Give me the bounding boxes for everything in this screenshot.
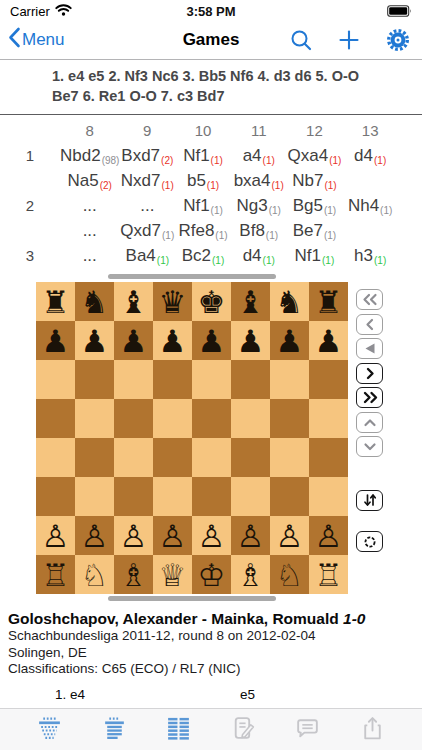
variation-move-cell[interactable]: Nf1(1) — [175, 193, 231, 218]
board-square[interactable] — [36, 399, 75, 438]
board-square[interactable] — [192, 438, 231, 477]
move-count-subscript: (1) — [324, 230, 336, 241]
move-text: Ng3 — [237, 196, 268, 215]
board-square[interactable] — [75, 438, 114, 477]
move-text: d4 — [354, 146, 373, 165]
move-text: Bc2 — [182, 246, 211, 265]
variation-move-cell[interactable]: d4(1) — [231, 243, 287, 268]
board-square[interactable]: ♛ — [153, 282, 192, 321]
board-square[interactable] — [192, 399, 231, 438]
back-label: Menu — [22, 30, 65, 50]
move-text: ... — [83, 221, 97, 240]
circle-icon — [362, 535, 378, 549]
board-square[interactable] — [309, 399, 348, 438]
board-square[interactable] — [309, 477, 348, 516]
move-text: Nf1 — [183, 146, 209, 165]
move-text: Bf8 — [239, 221, 265, 240]
board-square[interactable] — [114, 399, 153, 438]
variation-move-cell[interactable]: Rfe8(1) — [175, 218, 231, 243]
game-event: Schachbundesliga 2011-12, round 8 on 201… — [8, 628, 414, 645]
chess-board: ♜♞♝♛♚♝♞♜♟♟♟♟♟♟♟♟♙♙♙♙♙♙♙♙♖♘♗♕♔♗♘♖ — [36, 282, 348, 594]
move-count-subscript: (1) — [211, 155, 223, 166]
board-square[interactable] — [309, 360, 348, 399]
board-square[interactable] — [36, 360, 75, 399]
clock: 3:58 PM — [0, 4, 422, 19]
move-text: Bxd7 — [121, 146, 160, 165]
settings-gear-icon[interactable] — [386, 28, 410, 52]
move-text: Na5 — [68, 171, 99, 190]
variation-move-cell[interactable]: Nxd7(1) — [119, 168, 175, 193]
move-text: Qxa4 — [287, 146, 328, 165]
move-text: Nb7 — [292, 171, 323, 190]
move-text: bxa4 — [234, 171, 271, 190]
game-site: Solingen, DE — [8, 645, 414, 662]
tree-view-icon — [36, 730, 63, 745]
board-square[interactable]: ♕ — [153, 555, 192, 594]
board-square[interactable] — [153, 399, 192, 438]
board-square[interactable] — [75, 399, 114, 438]
down-up-arrows-icon — [362, 493, 378, 507]
move-text: Bg5 — [293, 196, 323, 215]
variation-row-label — [0, 218, 60, 243]
board-square[interactable]: ♙ — [231, 516, 270, 555]
flip-board-button[interactable] — [356, 490, 383, 511]
game-result: 1-0 — [343, 610, 365, 627]
board-square[interactable] — [231, 360, 270, 399]
move-count-subscript: (1) — [211, 205, 223, 216]
move-count-subscript: (1) — [269, 205, 281, 216]
variation-move-cell[interactable]: Na5(2) — [60, 168, 119, 193]
board-top-scrollbar[interactable] — [108, 274, 276, 279]
move-count-subscript: (1) — [266, 230, 278, 241]
search-icon[interactable] — [290, 29, 312, 51]
next-game-button[interactable] — [356, 436, 383, 457]
board-square[interactable]: ♙ — [192, 516, 231, 555]
players-names: Goloshchapov, Alexander - Mainka, Romual… — [8, 610, 339, 627]
variation-move-cell[interactable]: Qxa4(1) — [287, 143, 343, 168]
board-square[interactable] — [192, 360, 231, 399]
board-square[interactable]: ♟ — [153, 321, 192, 360]
variation-row-label — [0, 168, 60, 193]
game-players-line: Goloshchapov, Alexander - Mainka, Romual… — [8, 609, 414, 628]
board-square[interactable] — [309, 438, 348, 477]
move-count-subscript: (1) — [329, 155, 341, 166]
board-square[interactable] — [153, 438, 192, 477]
board-bottom-scrollbar[interactable] — [108, 596, 276, 601]
move-count-subscript: (1) — [212, 255, 224, 266]
board-square[interactable] — [36, 438, 75, 477]
board-square[interactable]: ♗ — [231, 555, 270, 594]
board-square[interactable]: ♙ — [36, 516, 75, 555]
board-square[interactable]: ♘ — [75, 555, 114, 594]
white-move[interactable]: 1. e4 — [55, 687, 240, 706]
board-square[interactable] — [75, 477, 114, 516]
table-view-icon — [165, 730, 192, 745]
board-square[interactable] — [270, 360, 309, 399]
variation-move-cell[interactable]: ... — [119, 193, 175, 218]
variation-move-cell[interactable]: Bg5(1) — [287, 193, 343, 218]
move-count-subscript: (2) — [161, 155, 173, 166]
list-view-button[interactable] — [101, 715, 128, 745]
board-square[interactable] — [270, 438, 309, 477]
board-square[interactable]: ♞ — [75, 282, 114, 321]
chevron-down-icon — [361, 440, 379, 453]
move-number-header: 9 — [119, 119, 175, 143]
move-count-subscript: (1) — [162, 230, 174, 241]
variation-move-cell[interactable]: Bf8(1) — [231, 218, 287, 243]
variation-move-cell[interactable]: Nf1(1) — [175, 143, 231, 168]
board-square[interactable] — [270, 399, 309, 438]
move-text: Be7 — [293, 221, 323, 240]
board-square[interactable] — [153, 477, 192, 516]
skip-back-button[interactable] — [356, 289, 383, 310]
variation-move-cell[interactable]: Nbd2(98) — [60, 143, 119, 168]
board-square[interactable]: ♔ — [192, 555, 231, 594]
variation-move-cell[interactable]: Bc2(1) — [175, 243, 231, 268]
previous-game-button[interactable] — [356, 412, 383, 433]
variation-move-cell[interactable]: bxa4(1) — [231, 168, 287, 193]
app-screen: Carrier 3:58 PM Menu G — [0, 0, 422, 750]
variation-move-cell[interactable]: d4(1) — [342, 143, 398, 168]
move-count-subscript: (1) — [324, 205, 336, 216]
board-square[interactable]: ♖ — [36, 555, 75, 594]
comment-icon — [294, 730, 321, 745]
move-count-subscript: (1) — [263, 155, 275, 166]
move-number-header: 10 — [175, 119, 231, 143]
board-square[interactable] — [231, 399, 270, 438]
tree-view-button[interactable] — [36, 715, 63, 745]
nav-bar: Menu Games — [0, 21, 422, 60]
board-square[interactable]: ♘ — [270, 555, 309, 594]
board-square[interactable] — [114, 438, 153, 477]
board-square[interactable] — [114, 360, 153, 399]
board-square[interactable]: ♝ — [231, 282, 270, 321]
board-square[interactable]: ♟ — [114, 321, 153, 360]
step-back-button[interactable] — [356, 314, 383, 335]
move-count-subscript: (1) — [374, 255, 386, 266]
board-square[interactable] — [231, 438, 270, 477]
board-square[interactable]: ♟ — [192, 321, 231, 360]
move-count-subscript: (1) — [162, 180, 174, 191]
game-info: Goloshchapov, Alexander - Mainka, Romual… — [0, 604, 422, 678]
move-text: d4 — [243, 246, 262, 265]
move-text: Nh4 — [348, 196, 379, 215]
variation-move-cell[interactable]: ... — [60, 218, 119, 243]
board-square[interactable] — [114, 477, 153, 516]
board-square[interactable]: ♜ — [309, 282, 348, 321]
variation-move-cell[interactable]: a4(1) — [231, 143, 287, 168]
variation-move-cell — [342, 218, 398, 243]
move-count-subscript: (98) — [102, 155, 120, 166]
board-square[interactable]: ♙ — [75, 516, 114, 555]
move-count-subscript: (1) — [215, 230, 227, 241]
chevron-right-icon — [361, 367, 379, 380]
board-square[interactable]: ♖ — [309, 555, 348, 594]
move-text: ... — [83, 196, 97, 215]
move-text: Rfe8 — [178, 221, 214, 240]
annotate-button[interactable] — [230, 715, 257, 745]
opening-line: 1. e4 e5 2. Nf3 Nc6 3. Bb5 Nf6 4. d3 d6 … — [0, 60, 422, 115]
table-view-button[interactable] — [165, 715, 192, 745]
move-text: Nbd2 — [60, 146, 101, 165]
back-chevron-icon — [8, 27, 21, 53]
board-square[interactable]: ♙ — [114, 516, 153, 555]
board-square[interactable]: ♙ — [270, 516, 309, 555]
move-count-subscript: (1) — [374, 155, 386, 166]
move-text: ... — [83, 246, 97, 265]
triangle-left-icon — [361, 342, 379, 355]
board-square[interactable]: ♟ — [75, 321, 114, 360]
board-square[interactable]: ♟ — [270, 321, 309, 360]
variation-table-corner — [0, 119, 60, 143]
variation-row-label: 2 — [0, 193, 60, 218]
board-region: ♜♞♝♛♚♝♞♜♟♟♟♟♟♟♟♟♙♙♙♙♙♙♙♙♖♘♗♕♔♗♘♖ — [0, 272, 422, 604]
variation-move-cell[interactable]: Bxd7(2) — [119, 143, 175, 168]
share-icon — [359, 730, 386, 745]
board-square[interactable]: ♙ — [153, 516, 192, 555]
variation-row-label: 1 — [0, 143, 60, 168]
black-move[interactable]: e5 — [240, 687, 422, 706]
move-number-header: 13 — [342, 119, 398, 143]
move-text: Ba4 — [126, 246, 156, 265]
status-bar: Carrier 3:58 PM — [0, 0, 422, 21]
back-menu-button[interactable]: Menu — [8, 27, 65, 53]
play-back-button[interactable] — [356, 338, 383, 359]
share-button[interactable] — [359, 715, 386, 745]
board-square[interactable]: ♞ — [270, 282, 309, 321]
board-square[interactable] — [192, 477, 231, 516]
move-count-subscript: (2) — [100, 180, 112, 191]
move-count-subscript: (1) — [322, 255, 334, 266]
board-square[interactable] — [75, 360, 114, 399]
bottom-toolbar — [0, 708, 422, 750]
variation-move-cell[interactable]: Nb7(1) — [287, 168, 343, 193]
list-view-icon — [101, 730, 128, 745]
step-forward-button[interactable] — [356, 363, 383, 384]
annotate-icon — [230, 730, 257, 745]
mark-position-button[interactable] — [356, 531, 383, 552]
move-text: h3 — [354, 246, 373, 265]
variation-move-cell[interactable]: ... — [60, 193, 119, 218]
variation-move-cell[interactable]: Ng3(1) — [231, 193, 287, 218]
move-list-row: 1. e4e5 — [55, 687, 422, 706]
board-square[interactable] — [36, 477, 75, 516]
variation-table: 89101112131Nbd2(98)Bxd7(2)Nf1(1)a4(1)Qxa… — [0, 115, 422, 270]
board-square[interactable]: ♟ — [36, 321, 75, 360]
variation-move-cell[interactable]: Qxd7(1) — [119, 218, 175, 243]
board-square[interactable]: ♜ — [36, 282, 75, 321]
add-game-icon[interactable] — [339, 30, 359, 50]
variation-row-label: 3 — [0, 243, 60, 268]
double-chevron-right-icon — [361, 391, 379, 404]
board-square[interactable] — [270, 477, 309, 516]
variation-move-cell[interactable]: Nf1(1) — [287, 243, 343, 268]
move-text: Nxd7 — [121, 171, 161, 190]
move-number-header: 8 — [60, 119, 119, 143]
move-text: Qxd7 — [120, 221, 161, 240]
move-count-subscript: (1) — [324, 180, 336, 191]
move-count-subscript: (1) — [263, 255, 275, 266]
comment-button[interactable] — [294, 715, 321, 745]
chevron-left-icon — [361, 318, 379, 331]
double-chevron-left-icon — [361, 293, 379, 306]
variation-move-cell[interactable]: Ba4(1) — [119, 243, 175, 268]
move-text: Nf1 — [295, 246, 321, 265]
variation-move-cell[interactable]: Be7(1) — [287, 218, 343, 243]
board-square[interactable]: ♟ — [309, 321, 348, 360]
move-count-subscript: (1) — [380, 205, 392, 216]
move-number-header: 12 — [287, 119, 343, 143]
variation-move-cell — [342, 168, 398, 193]
move-number-header: 11 — [231, 119, 287, 143]
move-count-subscript: (1) — [272, 180, 284, 191]
chevron-up-icon — [361, 416, 379, 429]
variation-move-cell[interactable]: ... — [60, 243, 119, 268]
board-square[interactable]: ♙ — [309, 516, 348, 555]
board-square[interactable] — [153, 360, 192, 399]
variation-move-cell[interactable]: Nh4(1) — [342, 193, 398, 218]
move-text: a4 — [243, 146, 262, 165]
board-nav-rail — [356, 272, 390, 556]
board-square[interactable] — [231, 477, 270, 516]
move-text: b5 — [187, 171, 206, 190]
skip-forward-button[interactable] — [356, 387, 383, 408]
variation-move-cell[interactable]: h3(1) — [342, 243, 398, 268]
board-square[interactable]: ♟ — [231, 321, 270, 360]
move-text: ... — [140, 196, 154, 215]
variation-move-cell[interactable]: b5(1) — [175, 168, 231, 193]
board-square[interactable]: ♝ — [114, 282, 153, 321]
move-count-subscript: (1) — [207, 180, 219, 191]
board-square[interactable]: ♗ — [114, 555, 153, 594]
move-count-subscript: (1) — [157, 255, 169, 266]
game-classifications: Classifications: C65 (ECO) / RL7 (NIC) — [8, 661, 414, 678]
board-square[interactable]: ♚ — [192, 282, 231, 321]
move-text: Nf1 — [183, 196, 209, 215]
